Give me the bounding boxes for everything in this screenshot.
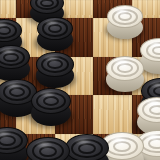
checkers-board bbox=[0, 0, 160, 160]
checker-black[interactable] bbox=[36, 52, 74, 88]
checker-black[interactable] bbox=[0, 127, 28, 160]
piece-top bbox=[65, 134, 108, 160]
checker-black[interactable] bbox=[65, 134, 108, 160]
piece-highlight bbox=[114, 7, 129, 14]
checker-black[interactable] bbox=[26, 137, 69, 160]
checker-black[interactable] bbox=[37, 17, 73, 51]
checker-black[interactable] bbox=[0, 45, 30, 81]
piece-highlight bbox=[0, 47, 16, 55]
piece-top bbox=[37, 17, 73, 40]
piece-highlight bbox=[74, 137, 93, 146]
checker-white[interactable] bbox=[107, 5, 142, 39]
piece-highlight bbox=[5, 81, 22, 89]
piece-highlight bbox=[149, 81, 160, 89]
square-D4[interactable] bbox=[93, 95, 132, 134]
piece-top bbox=[36, 52, 74, 77]
piece-highlight bbox=[109, 135, 128, 144]
piece-top bbox=[26, 137, 69, 160]
piece-top bbox=[31, 88, 71, 114]
piece-highlight bbox=[148, 41, 160, 49]
piece-ring-inner bbox=[40, 0, 54, 7]
piece-highlight bbox=[144, 132, 160, 141]
square-A1[interactable] bbox=[0, 0, 16, 18]
piece-highlight bbox=[43, 54, 59, 62]
piece-highlight bbox=[35, 140, 54, 149]
checker-white[interactable] bbox=[106, 56, 144, 93]
piece-top bbox=[106, 56, 144, 81]
piece-top bbox=[107, 5, 142, 28]
piece-highlight bbox=[113, 58, 129, 66]
checker-black[interactable] bbox=[31, 88, 71, 126]
